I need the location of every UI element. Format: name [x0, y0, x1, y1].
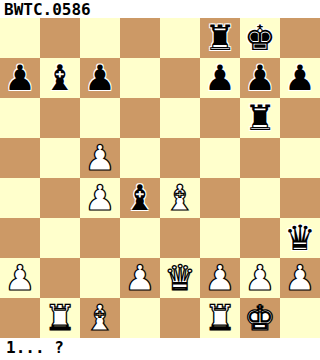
square-d8[interactable]	[120, 18, 160, 58]
square-a2[interactable]: ♟	[0, 258, 40, 298]
square-e1[interactable]	[160, 298, 200, 338]
square-b4[interactable]	[40, 178, 80, 218]
square-d6[interactable]	[120, 98, 160, 138]
square-d4[interactable]: ♝	[120, 178, 160, 218]
piece-white-pawn: ♟	[84, 138, 115, 178]
square-e4[interactable]: ♝	[160, 178, 200, 218]
square-b6[interactable]	[40, 98, 80, 138]
square-c1[interactable]: ♝	[80, 298, 120, 338]
square-g6[interactable]: ♜	[240, 98, 280, 138]
chess-app-window: BWTC.0586 ♜♚♟♝♟♟♟♟♜♟♟♝♝♛♟♟♛♟♟♟♜♝♜♚ 1... …	[0, 0, 320, 360]
piece-white-pawn: ♟	[204, 258, 235, 298]
square-c6[interactable]	[80, 98, 120, 138]
square-g1[interactable]: ♚	[240, 298, 280, 338]
square-e8[interactable]	[160, 18, 200, 58]
square-d5[interactable]	[120, 138, 160, 178]
square-e5[interactable]	[160, 138, 200, 178]
piece-white-king: ♚	[244, 298, 275, 338]
square-c7[interactable]: ♟	[80, 58, 120, 98]
square-d7[interactable]	[120, 58, 160, 98]
puzzle-title: BWTC.0586	[0, 0, 320, 18]
square-a4[interactable]	[0, 178, 40, 218]
square-g2[interactable]: ♟	[240, 258, 280, 298]
square-c8[interactable]	[80, 18, 120, 58]
piece-white-bishop: ♝	[84, 298, 115, 338]
square-e3[interactable]	[160, 218, 200, 258]
square-a1[interactable]	[0, 298, 40, 338]
square-c3[interactable]	[80, 218, 120, 258]
square-b1[interactable]: ♜	[40, 298, 80, 338]
square-f4[interactable]	[200, 178, 240, 218]
piece-white-bishop: ♝	[164, 178, 195, 218]
piece-black-pawn: ♟	[284, 58, 315, 98]
square-a8[interactable]	[0, 18, 40, 58]
square-f1[interactable]: ♜	[200, 298, 240, 338]
square-d1[interactable]	[120, 298, 160, 338]
piece-black-queen: ♛	[284, 218, 315, 258]
piece-black-bishop: ♝	[44, 58, 75, 98]
square-f7[interactable]: ♟	[200, 58, 240, 98]
chess-board: ♜♚♟♝♟♟♟♟♜♟♟♝♝♛♟♟♛♟♟♟♜♝♜♚	[0, 18, 320, 338]
piece-white-pawn: ♟	[244, 258, 275, 298]
square-e2[interactable]: ♛	[160, 258, 200, 298]
square-b5[interactable]	[40, 138, 80, 178]
square-f2[interactable]: ♟	[200, 258, 240, 298]
piece-white-rook: ♜	[44, 298, 75, 338]
square-a7[interactable]: ♟	[0, 58, 40, 98]
piece-black-pawn: ♟	[244, 58, 275, 98]
piece-white-pawn: ♟	[284, 258, 315, 298]
square-d3[interactable]	[120, 218, 160, 258]
square-f5[interactable]	[200, 138, 240, 178]
square-c4[interactable]: ♟	[80, 178, 120, 218]
square-h2[interactable]: ♟	[280, 258, 320, 298]
square-h7[interactable]: ♟	[280, 58, 320, 98]
square-c2[interactable]	[80, 258, 120, 298]
piece-white-pawn: ♟	[84, 178, 115, 218]
piece-white-queen: ♛	[164, 258, 195, 298]
square-a5[interactable]	[0, 138, 40, 178]
piece-black-pawn: ♟	[4, 58, 35, 98]
square-h3[interactable]: ♛	[280, 218, 320, 258]
piece-black-pawn: ♟	[84, 58, 115, 98]
square-b8[interactable]	[40, 18, 80, 58]
square-e6[interactable]	[160, 98, 200, 138]
square-b2[interactable]	[40, 258, 80, 298]
piece-white-pawn: ♟	[4, 258, 35, 298]
piece-black-bishop: ♝	[124, 178, 155, 218]
piece-white-rook: ♜	[204, 298, 235, 338]
square-g7[interactable]: ♟	[240, 58, 280, 98]
square-h8[interactable]	[280, 18, 320, 58]
square-b7[interactable]: ♝	[40, 58, 80, 98]
square-h1[interactable]	[280, 298, 320, 338]
square-c5[interactable]: ♟	[80, 138, 120, 178]
piece-black-rook: ♜	[204, 18, 235, 58]
square-g5[interactable]	[240, 138, 280, 178]
piece-white-pawn: ♟	[124, 258, 155, 298]
piece-black-pawn: ♟	[204, 58, 235, 98]
square-a3[interactable]	[0, 218, 40, 258]
square-h6[interactable]	[280, 98, 320, 138]
square-d2[interactable]: ♟	[120, 258, 160, 298]
square-b3[interactable]	[40, 218, 80, 258]
square-a6[interactable]	[0, 98, 40, 138]
square-e7[interactable]	[160, 58, 200, 98]
square-g3[interactable]	[240, 218, 280, 258]
square-f8[interactable]: ♜	[200, 18, 240, 58]
square-h5[interactable]	[280, 138, 320, 178]
move-prompt: 1... ?	[0, 338, 320, 360]
square-h4[interactable]	[280, 178, 320, 218]
square-g8[interactable]: ♚	[240, 18, 280, 58]
square-g4[interactable]	[240, 178, 280, 218]
piece-black-rook: ♜	[244, 98, 275, 138]
square-f6[interactable]	[200, 98, 240, 138]
piece-black-king: ♚	[244, 18, 275, 58]
square-f3[interactable]	[200, 218, 240, 258]
